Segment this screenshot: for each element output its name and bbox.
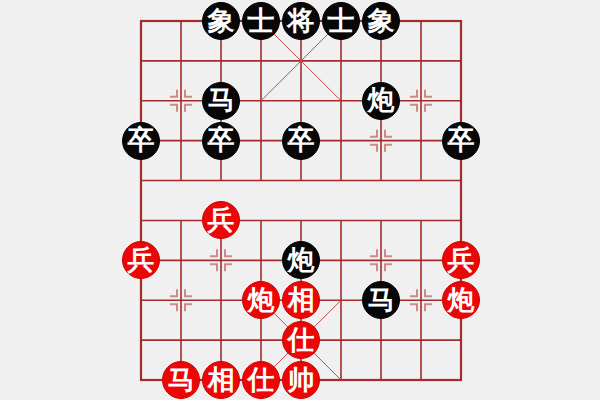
piece-black-soldier[interactable]: 卒 — [202, 122, 240, 160]
piece-red-soldier[interactable]: 兵 — [442, 241, 480, 279]
piece-black-horse[interactable]: 马 — [202, 82, 240, 120]
piece-black-cannon[interactable]: 炮 — [362, 82, 400, 120]
piece-red-horse[interactable]: 马 — [162, 361, 200, 399]
piece-black-elephant[interactable]: 象 — [362, 2, 400, 40]
piece-red-elephant[interactable]: 相 — [202, 361, 240, 399]
piece-black-advisor[interactable]: 士 — [242, 2, 280, 40]
piece-red-soldier[interactable]: 兵 — [122, 241, 160, 279]
piece-red-cannon[interactable]: 炮 — [442, 281, 480, 319]
piece-black-soldier[interactable]: 卒 — [282, 122, 320, 160]
piece-red-elephant[interactable]: 相 — [282, 281, 320, 319]
piece-black-elephant[interactable]: 象 — [202, 2, 240, 40]
piece-red-advisor[interactable]: 仕 — [242, 361, 280, 399]
piece-red-soldier[interactable]: 兵 — [202, 201, 240, 239]
piece-red-advisor[interactable]: 仕 — [282, 321, 320, 359]
piece-black-soldier[interactable]: 卒 — [442, 122, 480, 160]
piece-black-advisor[interactable]: 士 — [322, 2, 360, 40]
piece-red-general[interactable]: 帅 — [282, 361, 320, 399]
xiangqi-app: 象士将士象马炮卒卒卒卒兵兵炮兵炮相马炮仕马相仕帅 — [0, 0, 600, 400]
piece-black-horse[interactable]: 马 — [362, 281, 400, 319]
piece-black-general[interactable]: 将 — [282, 2, 320, 40]
piece-black-soldier[interactable]: 卒 — [122, 122, 160, 160]
piece-black-cannon[interactable]: 炮 — [282, 241, 320, 279]
piece-red-cannon[interactable]: 炮 — [242, 281, 280, 319]
